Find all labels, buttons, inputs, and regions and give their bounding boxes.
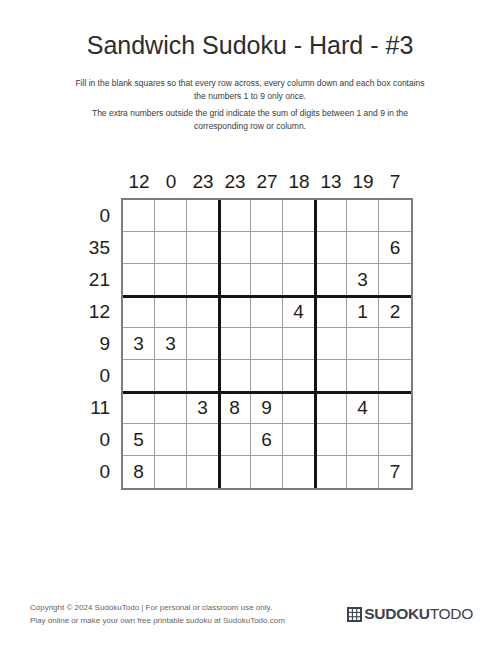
cell-r2c9[interactable]: 6 (379, 232, 411, 264)
cell-r6c5[interactable] (251, 360, 283, 392)
cell-r5c8[interactable] (347, 328, 379, 360)
cell-r3c9[interactable] (379, 264, 411, 296)
footer-copyright-line-2: Play online or make your own free printa… (30, 614, 285, 627)
cell-r2c6[interactable] (283, 232, 315, 264)
page-title: Sandwich Sudoku - Hard - #3 (0, 31, 500, 60)
cell-r4c7[interactable] (315, 296, 347, 328)
cell-r5c2[interactable]: 3 (155, 328, 187, 360)
row-clue-8: 0 (77, 424, 121, 456)
column-clue-2: 0 (155, 168, 187, 198)
column-clue-4: 23 (219, 168, 251, 198)
cell-r9c5[interactable] (251, 456, 283, 488)
cell-r7c8[interactable]: 4 (347, 392, 379, 424)
column-clue-7: 13 (315, 168, 347, 198)
column-clue-3: 23 (187, 168, 219, 198)
row-clues: 0352112901100 (77, 198, 121, 490)
cell-r4c2[interactable] (155, 296, 187, 328)
cell-r8c8[interactable] (347, 424, 379, 456)
cell-r7c4[interactable]: 8 (219, 392, 251, 424)
cell-r1c8[interactable] (347, 200, 379, 232)
column-clues: 1202323271813197 (121, 168, 413, 198)
sudokutodo-logo: SUDOKU TODO (347, 605, 473, 623)
cell-r3c3[interactable] (187, 264, 219, 296)
cell-r8c7[interactable] (315, 424, 347, 456)
cell-r3c4[interactable] (219, 264, 251, 296)
cell-r1c1[interactable] (123, 200, 155, 232)
cell-r1c9[interactable] (379, 200, 411, 232)
cell-r2c7[interactable] (315, 232, 347, 264)
cell-r9c6[interactable] (283, 456, 315, 488)
column-clue-5: 27 (251, 168, 283, 198)
cell-r3c8[interactable]: 3 (347, 264, 379, 296)
cell-r8c4[interactable] (219, 424, 251, 456)
cell-r9c3[interactable] (187, 456, 219, 488)
row-clue-7: 11 (77, 392, 121, 424)
column-clue-9: 7 (379, 168, 411, 198)
cell-r9c8[interactable] (347, 456, 379, 488)
cell-r2c4[interactable] (219, 232, 251, 264)
cell-r4c1[interactable] (123, 296, 155, 328)
cell-r8c3[interactable] (187, 424, 219, 456)
cell-r8c9[interactable] (379, 424, 411, 456)
cell-r6c2[interactable] (155, 360, 187, 392)
cell-r3c1[interactable] (123, 264, 155, 296)
cell-r6c7[interactable] (315, 360, 347, 392)
cell-r6c9[interactable] (379, 360, 411, 392)
column-clue-1: 12 (123, 168, 155, 198)
clue-corner (77, 168, 121, 198)
cell-r9c4[interactable] (219, 456, 251, 488)
cell-r9c1[interactable]: 8 (123, 456, 155, 488)
cell-r3c2[interactable] (155, 264, 187, 296)
cell-r6c3[interactable] (187, 360, 219, 392)
cell-r5c5[interactable] (251, 328, 283, 360)
cell-r1c2[interactable] (155, 200, 187, 232)
cell-r1c4[interactable] (219, 200, 251, 232)
cell-r9c7[interactable] (315, 456, 347, 488)
column-clue-6: 18 (283, 168, 315, 198)
cell-r4c6[interactable]: 4 (283, 296, 315, 328)
cell-r1c3[interactable] (187, 200, 219, 232)
cell-r6c1[interactable] (123, 360, 155, 392)
cell-r3c5[interactable] (251, 264, 283, 296)
cell-r4c9[interactable]: 2 (379, 296, 411, 328)
cell-r5c7[interactable] (315, 328, 347, 360)
row-clue-5: 9 (77, 328, 121, 360)
cell-r2c5[interactable] (251, 232, 283, 264)
cell-r3c7[interactable] (315, 264, 347, 296)
cell-r7c5[interactable]: 9 (251, 392, 283, 424)
cell-r1c7[interactable] (315, 200, 347, 232)
logo-text-todo: TODO (430, 605, 473, 623)
row-clue-4: 12 (77, 296, 121, 328)
column-clue-8: 19 (347, 168, 379, 198)
cell-r5c1[interactable]: 3 (123, 328, 155, 360)
cell-r1c6[interactable] (283, 200, 315, 232)
puzzle-area: 1202323271813197 0352112901100 634123338… (77, 168, 413, 490)
cell-r8c6[interactable] (283, 424, 315, 456)
cell-r5c3[interactable] (187, 328, 219, 360)
row-clue-6: 0 (77, 360, 121, 392)
footer-copyright-line-1: Copyright © 2024 SudokuTodo | For person… (30, 601, 285, 614)
instructions-line-1: Fill in the blank squares so that every … (70, 77, 430, 103)
cell-r6c8[interactable] (347, 360, 379, 392)
cell-r8c2[interactable] (155, 424, 187, 456)
cell-r4c5[interactable] (251, 296, 283, 328)
row-clue-1: 0 (77, 200, 121, 232)
cell-r7c7[interactable] (315, 392, 347, 424)
cell-r6c4[interactable] (219, 360, 251, 392)
sudoku-grid-icon (347, 607, 364, 622)
cell-r6c6[interactable] (283, 360, 315, 392)
cell-r4c4[interactable] (219, 296, 251, 328)
cell-r4c8[interactable]: 1 (347, 296, 379, 328)
cell-r5c6[interactable] (283, 328, 315, 360)
cell-r7c2[interactable] (155, 392, 187, 424)
cell-r9c9[interactable]: 7 (379, 456, 411, 488)
cell-r2c2[interactable] (155, 232, 187, 264)
cell-r7c3[interactable]: 3 (187, 392, 219, 424)
cell-r3c6[interactable] (283, 264, 315, 296)
cell-r9c2[interactable] (155, 456, 187, 488)
row-clue-3: 21 (77, 264, 121, 296)
row-clue-9: 0 (77, 456, 121, 488)
footer-copyright: Copyright © 2024 SudokuTodo | For person… (30, 601, 285, 627)
cell-r2c8[interactable] (347, 232, 379, 264)
cell-r7c1[interactable] (123, 392, 155, 424)
cell-r7c6[interactable] (283, 392, 315, 424)
cell-r7c9[interactable] (379, 392, 411, 424)
row-clue-2: 35 (77, 232, 121, 264)
cell-r2c3[interactable] (187, 232, 219, 264)
cell-r2c1[interactable] (123, 232, 155, 264)
cell-r8c1[interactable]: 5 (123, 424, 155, 456)
instructions-line-2: The extra numbers outside the grid indic… (70, 107, 430, 133)
cell-r1c5[interactable] (251, 200, 283, 232)
logo-text-sudoku: SUDOKU (364, 605, 429, 623)
cell-r4c3[interactable] (187, 296, 219, 328)
cell-r8c5[interactable]: 6 (251, 424, 283, 456)
cell-r5c4[interactable] (219, 328, 251, 360)
sudoku-board: 634123338945687 (121, 198, 413, 490)
cell-r5c9[interactable] (379, 328, 411, 360)
